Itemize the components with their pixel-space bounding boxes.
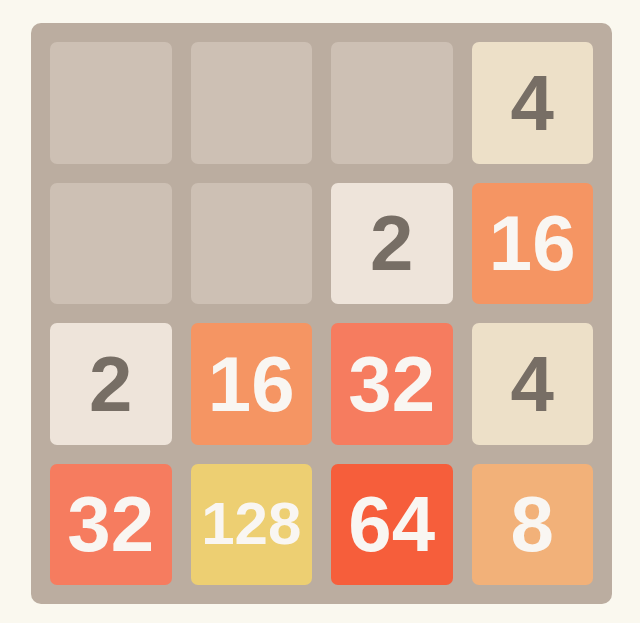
empty-cell-r1c2 (191, 42, 313, 164)
tile-2-r3c1: 2 (50, 323, 172, 445)
tile-16-r3c2: 16 (191, 323, 313, 445)
tile-32-r3c3: 32 (331, 323, 453, 445)
tile-32-r4c1: 32 (50, 464, 172, 586)
game-board-2048[interactable]: 421621632432128648 (31, 23, 612, 604)
tile-16-r2c4: 16 (472, 183, 594, 305)
empty-cell-r1c1 (50, 42, 172, 164)
tile-64-r4c3: 64 (331, 464, 453, 586)
empty-cell-r1c3 (331, 42, 453, 164)
tile-128-r4c2: 128 (191, 464, 313, 586)
tile-8-r4c4: 8 (472, 464, 594, 586)
tile-4-r1c4: 4 (472, 42, 594, 164)
empty-cell-r2c2 (191, 183, 313, 305)
empty-cell-r2c1 (50, 183, 172, 305)
tile-2-r2c3: 2 (331, 183, 453, 305)
tile-4-r3c4: 4 (472, 323, 594, 445)
